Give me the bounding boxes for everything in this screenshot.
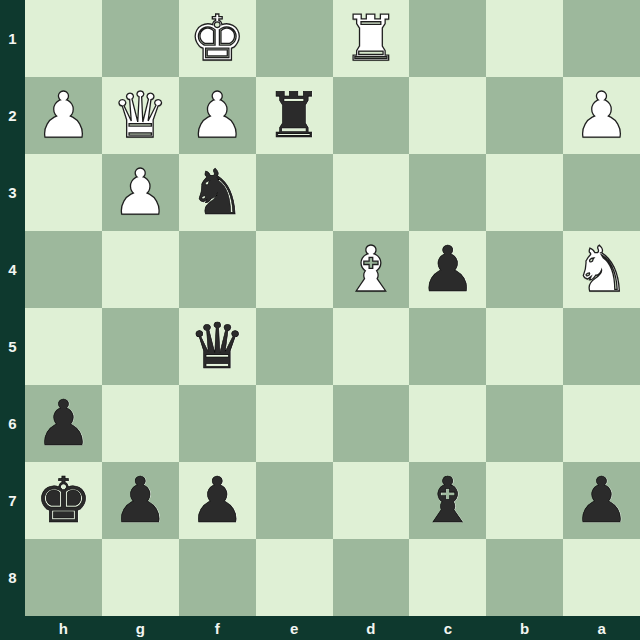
rank-label-5: 5 [0, 308, 25, 385]
square-b1[interactable] [486, 0, 563, 77]
white-rook-d1[interactable]: ♜ [343, 0, 399, 77]
square-d3[interactable] [333, 154, 410, 231]
file-label-f: f [179, 616, 256, 640]
square-c6[interactable] [409, 385, 486, 462]
square-a8[interactable] [563, 539, 640, 616]
black-pawn-g7[interactable]: ♟ [112, 462, 168, 539]
square-h5[interactable] [25, 308, 102, 385]
square-g5[interactable] [102, 308, 179, 385]
square-c5[interactable] [409, 308, 486, 385]
square-a1[interactable] [563, 0, 640, 77]
square-f3[interactable]: ♞ [179, 154, 256, 231]
rank-label-1: 1 [0, 0, 25, 77]
square-g8[interactable] [102, 539, 179, 616]
square-g2[interactable]: ♛ [102, 77, 179, 154]
square-a5[interactable] [563, 308, 640, 385]
square-e7[interactable] [256, 462, 333, 539]
square-d4[interactable]: ♝ [333, 231, 410, 308]
chess-board-page: 12345678 ♚♜♟♛♟♜♟♟♞♝♟♞♛♟♚♟♟♝♟ hgfedcba [0, 0, 640, 640]
white-bishop-d4[interactable]: ♝ [343, 231, 399, 308]
square-b3[interactable] [486, 154, 563, 231]
black-pawn-f7[interactable]: ♟ [189, 462, 245, 539]
file-labels: hgfedcba [25, 616, 640, 640]
square-c4[interactable]: ♟ [409, 231, 486, 308]
white-pawn-g3[interactable]: ♟ [112, 154, 168, 231]
square-e5[interactable] [256, 308, 333, 385]
square-b7[interactable] [486, 462, 563, 539]
square-c8[interactable] [409, 539, 486, 616]
black-pawn-c4[interactable]: ♟ [420, 231, 476, 308]
square-h2[interactable]: ♟ [25, 77, 102, 154]
file-label-a: a [563, 616, 640, 640]
file-label-c: c [409, 616, 486, 640]
rank-label-3: 3 [0, 154, 25, 231]
square-d2[interactable] [333, 77, 410, 154]
square-g3[interactable]: ♟ [102, 154, 179, 231]
square-a7[interactable]: ♟ [563, 462, 640, 539]
square-f1[interactable]: ♚ [179, 0, 256, 77]
file-label-b: b [486, 616, 563, 640]
square-e8[interactable] [256, 539, 333, 616]
square-d7[interactable] [333, 462, 410, 539]
square-e4[interactable] [256, 231, 333, 308]
square-g4[interactable] [102, 231, 179, 308]
white-knight-a4[interactable]: ♞ [573, 231, 629, 308]
white-pawn-f2[interactable]: ♟ [189, 77, 245, 154]
square-g7[interactable]: ♟ [102, 462, 179, 539]
square-h6[interactable]: ♟ [25, 385, 102, 462]
square-h3[interactable] [25, 154, 102, 231]
square-c7[interactable]: ♝ [409, 462, 486, 539]
white-king-f1[interactable]: ♚ [189, 0, 245, 77]
square-f2[interactable]: ♟ [179, 77, 256, 154]
black-pawn-h6[interactable]: ♟ [35, 385, 91, 462]
square-b6[interactable] [486, 385, 563, 462]
square-c3[interactable] [409, 154, 486, 231]
rank-label-4: 4 [0, 231, 25, 308]
rank-label-6: 6 [0, 385, 25, 462]
square-f8[interactable] [179, 539, 256, 616]
black-bishop-c7[interactable]: ♝ [420, 462, 476, 539]
square-h7[interactable]: ♚ [25, 462, 102, 539]
black-pawn-a7[interactable]: ♟ [573, 462, 629, 539]
square-a4[interactable]: ♞ [563, 231, 640, 308]
square-a2[interactable]: ♟ [563, 77, 640, 154]
square-a3[interactable] [563, 154, 640, 231]
black-knight-f3[interactable]: ♞ [189, 154, 245, 231]
file-label-h: h [25, 616, 102, 640]
file-label-d: d [333, 616, 410, 640]
square-d1[interactable]: ♜ [333, 0, 410, 77]
square-e6[interactable] [256, 385, 333, 462]
square-d5[interactable] [333, 308, 410, 385]
file-label-e: e [256, 616, 333, 640]
square-f4[interactable] [179, 231, 256, 308]
chess-board: ♚♜♟♛♟♜♟♟♞♝♟♞♛♟♚♟♟♝♟ [25, 0, 640, 616]
square-f6[interactable] [179, 385, 256, 462]
square-g1[interactable] [102, 0, 179, 77]
square-a6[interactable] [563, 385, 640, 462]
square-b4[interactable] [486, 231, 563, 308]
black-king-h7[interactable]: ♚ [35, 462, 91, 539]
rank-label-2: 2 [0, 77, 25, 154]
square-h1[interactable] [25, 0, 102, 77]
square-c1[interactable] [409, 0, 486, 77]
square-e1[interactable] [256, 0, 333, 77]
rank-labels: 12345678 [0, 0, 25, 616]
white-pawn-a2[interactable]: ♟ [573, 77, 629, 154]
square-c2[interactable] [409, 77, 486, 154]
rank-label-7: 7 [0, 462, 25, 539]
white-queen-g2[interactable]: ♛ [112, 77, 168, 154]
black-queen-f5[interactable]: ♛ [189, 308, 245, 385]
square-f7[interactable]: ♟ [179, 462, 256, 539]
square-h8[interactable] [25, 539, 102, 616]
square-h4[interactable] [25, 231, 102, 308]
square-b2[interactable] [486, 77, 563, 154]
square-e3[interactable] [256, 154, 333, 231]
square-e2[interactable]: ♜ [256, 77, 333, 154]
square-b5[interactable] [486, 308, 563, 385]
square-d6[interactable] [333, 385, 410, 462]
white-pawn-h2[interactable]: ♟ [35, 77, 91, 154]
file-label-g: g [102, 616, 179, 640]
square-d8[interactable] [333, 539, 410, 616]
square-b8[interactable] [486, 539, 563, 616]
square-g6[interactable] [102, 385, 179, 462]
rank-label-8: 8 [0, 539, 25, 616]
black-rook-e2[interactable]: ♜ [266, 77, 322, 154]
square-f5[interactable]: ♛ [179, 308, 256, 385]
